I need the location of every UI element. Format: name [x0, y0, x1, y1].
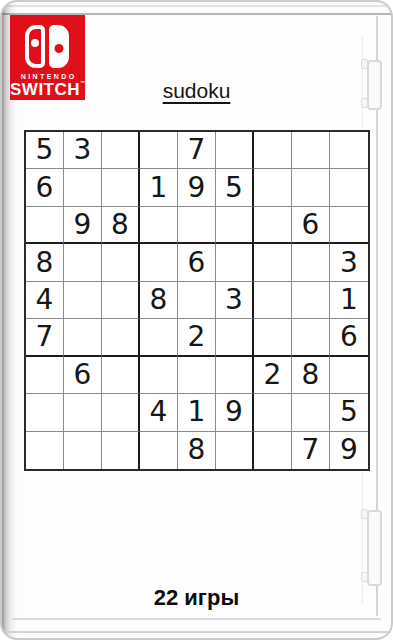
- sudoku-cell-r8c7: [254, 394, 292, 431]
- sudoku-cell-r7c4: [140, 357, 178, 394]
- sudoku-cell-r1c8: [292, 132, 330, 169]
- sudoku-cell-r4c3: [102, 244, 140, 281]
- sudoku-cell-r3c7: [254, 207, 292, 244]
- case-latch-tab: [361, 59, 368, 69]
- sudoku-cell-r8c8: [292, 394, 330, 431]
- sudoku-cell-r3c5: [178, 207, 216, 244]
- sudoku-cell-r6c6: [216, 319, 254, 356]
- sudoku-cell-r8c1: [26, 394, 64, 431]
- sudoku-cell-r3c6: [216, 207, 254, 244]
- sudoku-cell-r1c1: 5: [26, 132, 64, 169]
- sudoku-cell-r7c1: [26, 357, 64, 394]
- sudoku-cell-r5c5: [178, 282, 216, 319]
- sudoku-cell-r5c4: 8: [140, 282, 178, 319]
- sudoku-cell-r5c1: 4: [26, 282, 64, 319]
- sudoku-cell-r8c5: 1: [178, 394, 216, 431]
- sudoku-cell-r9c5: 8: [178, 432, 216, 469]
- sudoku-cell-r8c2: [64, 394, 102, 431]
- joycon-left-stick-dot: [31, 39, 39, 47]
- sudoku-cell-r4c5: 6: [178, 244, 216, 281]
- sudoku-cell-r1c3: [102, 132, 140, 169]
- sudoku-cell-r5c7: [254, 282, 292, 319]
- sudoku-cell-r1c6: [216, 132, 254, 169]
- sudoku-cell-r3c4: [140, 207, 178, 244]
- sudoku-cell-r9c1: [26, 432, 64, 469]
- sudoku-cell-r2c2: [64, 169, 102, 206]
- sudoku-cell-r7c3: [102, 357, 140, 394]
- sudoku-cell-r1c7: [254, 132, 292, 169]
- sudoku-grid: 537619598686348317266284195879: [24, 130, 370, 471]
- case-top-edge-line-outer: [7, 5, 386, 7]
- sudoku-cell-r7c5: [178, 357, 216, 394]
- sudoku-cell-r1c2: 3: [64, 132, 102, 169]
- case-bottom-edge-line-outer: [5, 631, 388, 633]
- sudoku-cell-r2c9: [330, 169, 368, 206]
- sudoku-cell-r1c4: [140, 132, 178, 169]
- sudoku-cell-r8c9: 5: [330, 394, 368, 431]
- sudoku-cell-r3c2: 9: [64, 207, 102, 244]
- joycon-left-icon: [25, 25, 45, 68]
- sudoku-cell-r6c1: 7: [26, 319, 64, 356]
- sudoku-cell-r6c5: 2: [178, 319, 216, 356]
- case-latch-tab: [361, 572, 368, 582]
- sudoku-cell-r9c2: [64, 432, 102, 469]
- sudoku-cell-r5c2: [64, 282, 102, 319]
- sudoku-cell-r2c7: [254, 169, 292, 206]
- joycon-right-icon: [49, 25, 69, 68]
- sudoku-cell-r6c8: [292, 319, 330, 356]
- sudoku-cell-r6c7: [254, 319, 292, 356]
- sudoku-cell-r8c3: [102, 394, 140, 431]
- sudoku-cell-r1c5: 7: [178, 132, 216, 169]
- sudoku-cell-r9c7: [254, 432, 292, 469]
- sudoku-cell-r2c8: [292, 169, 330, 206]
- case-bottom-edge-line-inner: [12, 618, 381, 620]
- sudoku-cell-r4c4: [140, 244, 178, 281]
- sudoku-cell-r1c9: [330, 132, 368, 169]
- sudoku-cell-r2c4: 1: [140, 169, 178, 206]
- sudoku-cell-r4c8: [292, 244, 330, 281]
- sudoku-cell-r5c3: [102, 282, 140, 319]
- sudoku-cell-r9c3: [102, 432, 140, 469]
- sudoku-cell-r8c6: 9: [216, 394, 254, 431]
- sudoku-cell-r8c4: 4: [140, 394, 178, 431]
- sudoku-cell-r4c1: 8: [26, 244, 64, 281]
- sudoku-cell-r5c8: [292, 282, 330, 319]
- sudoku-cell-r6c4: [140, 319, 178, 356]
- sudoku-cell-r4c7: [254, 244, 292, 281]
- sudoku-cell-r5c9: 1: [330, 282, 368, 319]
- sudoku-cell-r4c9: 3: [330, 244, 368, 281]
- sudoku-cell-r9c8: 7: [292, 432, 330, 469]
- sudoku-cell-r6c9: 6: [330, 319, 368, 356]
- case-latch-tab: [361, 509, 368, 519]
- sudoku-cell-r7c6: [216, 357, 254, 394]
- sudoku-cell-r7c9: [330, 357, 368, 394]
- sudoku-cell-r6c3: [102, 319, 140, 356]
- sudoku-cell-r6c2: [64, 319, 102, 356]
- sudoku-cell-r5c6: 3: [216, 282, 254, 319]
- sudoku-cell-r2c1: 6: [26, 169, 64, 206]
- sudoku-cell-r2c5: 9: [178, 169, 216, 206]
- sudoku-cell-r3c8: 6: [292, 207, 330, 244]
- sudoku-cell-r7c7: 2: [254, 357, 292, 394]
- sudoku-cell-r2c6: 5: [216, 169, 254, 206]
- switch-game-case: NINTENDO SWITCH™ sudoku 5376195986863483…: [0, 0, 393, 640]
- nintendo-switch-joycon-icon: [25, 25, 69, 68]
- sudoku-cell-r7c8: 8: [292, 357, 330, 394]
- sudoku-cell-r9c6: [216, 432, 254, 469]
- sudoku-cell-r4c6: [216, 244, 254, 281]
- sudoku-cell-r3c3: 8: [102, 207, 140, 244]
- case-latch-bottom: [367, 510, 382, 586]
- game-title: sudoku: [2, 79, 391, 103]
- sudoku-cell-r2c3: [102, 169, 140, 206]
- sudoku-cell-r7c2: 6: [64, 357, 102, 394]
- sudoku-cell-r3c9: [330, 207, 368, 244]
- sudoku-cell-r3c1: [26, 207, 64, 244]
- sudoku-cell-r9c9: 9: [330, 432, 368, 469]
- sudoku-cell-r4c2: [64, 244, 102, 281]
- footer-caption: 22 игры: [2, 585, 391, 611]
- joycon-right-stick-dot: [55, 44, 64, 53]
- sudoku-cell-r9c4: [140, 432, 178, 469]
